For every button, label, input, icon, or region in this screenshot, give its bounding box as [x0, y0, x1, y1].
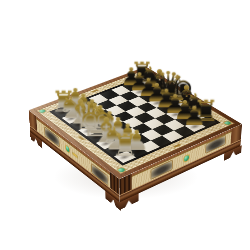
scene: ♜♞♝♛♚♝♞♜♟♟♟♟♟♟♟♟♟♟♟♟♟♟♟♟♜♞♝♛♚♝♞♜	[0, 0, 250, 250]
gold-key[interactable]	[72, 152, 77, 159]
product-photo-stage: ♜♞♝♛♚♝♞♜♟♟♟♟♟♟♟♟♟♟♟♟♟♟♟♟♜♞♝♛♚♝♞♜	[0, 0, 250, 250]
drawer-gem-knob[interactable]	[66, 145, 70, 153]
drawer-gem-knob[interactable]	[184, 155, 189, 162]
pawn-glyph: ♟	[182, 105, 208, 129]
rook-glyph: ♜	[109, 131, 140, 159]
chess-box: ♜♞♝♛♚♝♞♜♟♟♟♟♟♟♟♟♟♟♟♟♟♟♟♟♜♞♝♛♚♝♞♜	[29, 66, 242, 178]
